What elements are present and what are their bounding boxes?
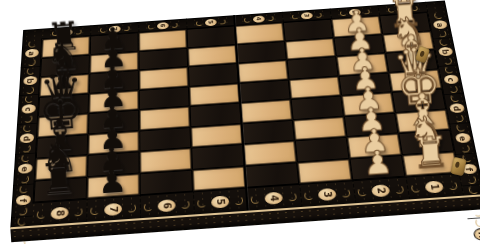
square-f2: ♟ xyxy=(344,112,399,136)
coord-right-c: c xyxy=(438,65,464,95)
coord-left-f: f xyxy=(11,183,34,217)
square-d8: ♛ xyxy=(38,93,89,117)
coord-medallion: 8 xyxy=(60,28,74,37)
coord-right-d: d xyxy=(443,93,470,124)
board-perspective-wrapper: 87654321 87654321 abcdefgh abcdefgh ♜♟♟♜… xyxy=(0,0,480,243)
square-e1: ♚ xyxy=(392,89,446,113)
square-f5 xyxy=(190,123,243,148)
coord-medallion: c xyxy=(442,74,460,86)
square-f1: ♝ xyxy=(395,109,450,133)
coord-medallion: 5 xyxy=(204,18,218,27)
coord-medallion: d xyxy=(18,132,35,144)
chess-set-photo: 87654321 87654321 abcdefgh abcdefgh ♜♟♟♜… xyxy=(0,0,480,244)
chess-board: 87654321 87654321 abcdefgh abcdefgh ♜♟♟♜… xyxy=(10,1,480,229)
coord-medallion: 7 xyxy=(103,201,123,216)
coord-medallion: h xyxy=(472,227,480,241)
coord-medallion: f xyxy=(14,194,31,207)
coord-medallion: b xyxy=(22,75,38,86)
coord-medallion: a xyxy=(431,19,448,30)
coord-medallion: 8 xyxy=(49,205,69,220)
coord-medallion: d xyxy=(447,102,465,114)
coord-right-a: a xyxy=(427,11,452,39)
coord-medallion: a xyxy=(24,48,40,59)
coord-medallion: 7 xyxy=(108,24,121,33)
coord-left-e: e xyxy=(13,153,36,185)
coord-medallion: 4 xyxy=(251,14,265,23)
coord-right-b: b xyxy=(432,37,458,66)
square-g1: ♞ xyxy=(398,130,454,155)
square-e4 xyxy=(240,99,293,123)
coord-right-h: h xyxy=(467,217,480,244)
coord-left-b: b xyxy=(19,66,41,95)
coord-medallion: e xyxy=(453,132,472,144)
square-g6 xyxy=(139,148,192,173)
coord-medallion: e xyxy=(16,162,33,175)
coord-right-e: e xyxy=(449,122,476,154)
coord-medallion: 1 xyxy=(423,179,445,194)
square-f3 xyxy=(293,116,347,140)
coord-medallion: 2 xyxy=(370,183,392,198)
board-frame: 87654321 87654321 abcdefgh abcdefgh ♜♟♟♜… xyxy=(10,1,480,229)
coord-left-a: a xyxy=(21,39,42,67)
square-e3 xyxy=(291,96,344,120)
coord-medallion: 5 xyxy=(210,194,231,209)
coord-medallion: 1 xyxy=(395,4,410,13)
coord-medallion: 4 xyxy=(263,190,284,205)
coord-medallion: b xyxy=(436,46,454,57)
square-e6 xyxy=(139,106,190,130)
coord-medallion: 6 xyxy=(156,21,170,30)
square-e2: ♟ xyxy=(341,92,395,116)
coord-medallion: 3 xyxy=(299,11,313,20)
square-f6 xyxy=(139,127,191,152)
square-e5 xyxy=(190,103,242,127)
coord-medallion: 3 xyxy=(316,186,337,201)
coord-medallion: 6 xyxy=(157,198,177,213)
coord-medallion: 2 xyxy=(347,8,362,17)
coord-left-d: d xyxy=(15,123,38,154)
coord-left-c: c xyxy=(17,94,39,124)
coord-medallion: c xyxy=(20,103,36,115)
square-f4 xyxy=(242,120,295,145)
